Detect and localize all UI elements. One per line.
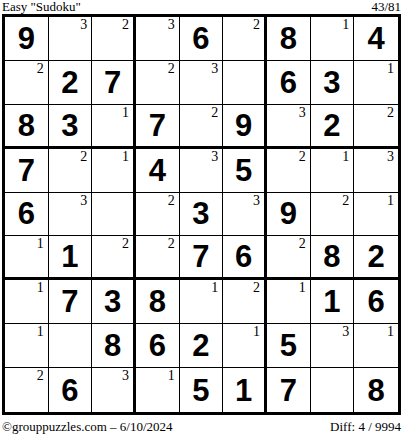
cell-r6c7[interactable]: 2 [267,236,311,280]
pencil-mark: 2 [37,62,44,76]
cell-value: 2 [61,67,78,98]
cell-r8c9[interactable]: 1 [354,324,398,368]
progress-counter: 43/81 [371,0,401,13]
cell-r5c2[interactable]: 3 [49,193,93,237]
cell-value: 7 [280,375,297,406]
pencil-mark: 2 [342,194,349,208]
pencil-mark: 2 [299,150,306,164]
cell-r6c9[interactable]: 2 [354,236,398,280]
cell-r5c1[interactable]: 6 [5,193,49,237]
cell-value: 2 [323,110,340,141]
cell-r5c3[interactable] [92,193,136,237]
cell-r7c4[interactable]: 8 [136,280,180,324]
cell-r1c9[interactable]: 4 [354,17,398,61]
cell-r9c8[interactable] [311,368,355,412]
cell-value: 7 [149,110,166,141]
pencil-mark: 3 [211,62,218,76]
cell-value: 9 [18,23,35,54]
cell-r1c6[interactable]: 2 [223,17,267,61]
cell-r8c3[interactable]: 8 [92,324,136,368]
pencil-mark: 3 [168,18,175,32]
cell-value: 8 [18,110,35,141]
page-title: Easy "Sudoku" [2,0,81,13]
footer: ©grouppuzzles.com – 6/10/2024 Diff: 4 / … [0,415,403,437]
pencil-mark: 1 [37,325,44,339]
cell-r9c4[interactable]: 1 [136,368,180,412]
cell-r9c1[interactable]: 2 [5,368,49,412]
pencil-mark: 3 [211,150,218,164]
cell-r5c5[interactable]: 3 [180,193,224,237]
cell-value: 3 [61,110,78,141]
pencil-mark: 3 [387,150,394,164]
cell-r7c6[interactable]: 2 [223,280,267,324]
cell-r1c2[interactable]: 3 [49,17,93,61]
cell-r6c4[interactable]: 2 [136,236,180,280]
pencil-mark: 2 [253,281,260,295]
cell-r7c1[interactable]: 1 [5,280,49,324]
cell-r8c2[interactable] [49,324,93,368]
cell-value: 2 [192,330,209,361]
pencil-mark: 2 [299,237,306,251]
cell-r4c1[interactable]: 7 [5,149,49,193]
pencil-mark: 1 [387,194,394,208]
cell-r7c9[interactable]: 6 [354,280,398,324]
cell-value: 7 [104,67,121,98]
cell-value: 6 [368,286,385,317]
cell-r2c7[interactable]: 6 [267,61,311,105]
cell-r3c9[interactable]: 2 [354,105,398,149]
pencil-mark: 3 [122,369,129,383]
cell-r3c1[interactable]: 8 [5,105,49,149]
cell-r7c3[interactable]: 3 [92,280,136,324]
pencil-mark: 1 [253,325,260,339]
pencil-mark: 1 [342,150,349,164]
pencil-mark: 2 [211,106,218,120]
cell-r3c5[interactable]: 2 [180,105,224,149]
cell-r1c7[interactable]: 8 [267,17,311,61]
cell-r6c1[interactable]: 1 [5,236,49,280]
pencil-mark: 3 [253,194,260,208]
cell-value: 4 [368,23,385,54]
pencil-mark: 1 [342,18,349,32]
pencil-mark: 3 [342,325,349,339]
pencil-mark: 1 [122,106,129,120]
cell-value: 6 [280,67,297,98]
cell-r5c4[interactable]: 2 [136,193,180,237]
cell-r1c1[interactable]: 9 [5,17,49,61]
cell-r8c1[interactable]: 1 [5,324,49,368]
pencil-mark: 1 [122,150,129,164]
cell-r7c2[interactable]: 7 [49,280,93,324]
cell-value: 1 [61,241,78,272]
cell-r4c8[interactable]: 1 [311,149,355,193]
cell-r7c5[interactable]: 1 [180,280,224,324]
cell-value: 8 [323,241,340,272]
cell-r6c5[interactable]: 7 [180,236,224,280]
pencil-mark: 2 [168,194,175,208]
pencil-mark: 2 [168,62,175,76]
pencil-mark: 1 [387,325,394,339]
header: Easy "Sudoku" 43/81 [0,0,403,14]
cell-r1c5[interactable]: 6 [180,17,224,61]
cell-r5c9[interactable]: 1 [354,193,398,237]
cell-value: 1 [235,375,252,406]
pencil-mark: 2 [168,237,175,251]
cell-r8c8[interactable]: 3 [311,324,355,368]
cell-value: 7 [192,241,209,272]
cell-r8c5[interactable]: 2 [180,324,224,368]
cell-r3c8[interactable]: 2 [311,105,355,149]
cell-r9c3[interactable]: 3 [92,368,136,412]
cell-r3c3[interactable]: 1 [92,105,136,149]
cell-value: 3 [323,67,340,98]
cell-r9c9[interactable]: 8 [354,368,398,412]
cell-value: 4 [149,155,166,186]
pencil-mark: 3 [299,106,306,120]
cell-r3c2[interactable]: 3 [49,105,93,149]
cell-value: 5 [235,155,252,186]
cell-r7c7[interactable]: 1 [267,280,311,324]
cell-r2c3[interactable]: 7 [92,61,136,105]
cell-r4c7[interactable]: 2 [267,149,311,193]
difficulty-text: Diff: 4 / 9994 [330,420,401,433]
cell-r6c6[interactable]: 6 [223,236,267,280]
cell-value: 7 [61,286,78,317]
cell-r8c7[interactable]: 5 [267,324,311,368]
pencil-mark: 1 [168,369,175,383]
cell-r7c8[interactable]: 1 [311,280,355,324]
cell-value: 7 [18,155,35,186]
cell-r1c4[interactable]: 3 [136,17,180,61]
cell-r6c3[interactable]: 2 [92,236,136,280]
cell-r2c6[interactable] [223,61,267,105]
cell-r2c8[interactable]: 3 [311,61,355,105]
cell-value: 6 [61,375,78,406]
cell-value: 5 [192,375,209,406]
cell-r1c8[interactable]: 1 [311,17,355,61]
cell-r4c2[interactable]: 2 [49,149,93,193]
cell-r4c9[interactable]: 3 [354,149,398,193]
pencil-mark: 2 [387,106,394,120]
pencil-mark: 2 [122,237,129,251]
cell-value: 8 [368,375,385,406]
cell-r8c4[interactable]: 6 [136,324,180,368]
cell-r4c4[interactable]: 4 [136,149,180,193]
cell-value: 1 [323,286,340,317]
cell-r2c9[interactable]: 1 [354,61,398,105]
cell-r9c7[interactable]: 7 [267,368,311,412]
cell-r4c3[interactable]: 1 [92,149,136,193]
cell-r5c7[interactable]: 9 [267,193,311,237]
cell-value: 6 [235,241,252,272]
pencil-mark: 1 [211,281,218,295]
cell-value: 2 [368,241,385,272]
cell-value: 9 [280,198,297,229]
pencil-mark: 1 [299,281,306,295]
cell-value: 6 [18,198,35,229]
cell-r9c2[interactable]: 6 [49,368,93,412]
pencil-mark: 2 [80,150,87,164]
pencil-mark: 2 [253,18,260,32]
pencil-mark: 3 [80,18,87,32]
pencil-mark: 1 [37,237,44,251]
cell-r8c6[interactable]: 1 [223,324,267,368]
pencil-mark: 2 [37,369,44,383]
cell-value: 6 [149,330,166,361]
cell-value: 6 [192,23,209,54]
cell-value: 8 [149,286,166,317]
cell-r2c1[interactable]: 2 [5,61,49,105]
cell-value: 3 [104,286,121,317]
cell-value: 3 [192,198,209,229]
cell-r1c3[interactable]: 2 [92,17,136,61]
cell-r2c5[interactable]: 3 [180,61,224,105]
cell-value: 5 [280,330,297,361]
cell-r4c5[interactable]: 3 [180,149,224,193]
cell-value: 8 [104,330,121,361]
cell-r6c2[interactable]: 1 [49,236,93,280]
cell-r3c4[interactable]: 7 [136,105,180,149]
pencil-mark: 2 [122,18,129,32]
cell-r3c7[interactable]: 3 [267,105,311,149]
cell-r6c8[interactable]: 8 [311,236,355,280]
cell-r9c5[interactable]: 5 [180,368,224,412]
cell-value: 8 [280,23,297,54]
cell-r5c8[interactable]: 2 [311,193,355,237]
cell-r9c6[interactable]: 1 [223,368,267,412]
cell-value: 9 [235,110,252,141]
sudoku-page: Easy "Sudoku" 43/81 93236281422723631831… [0,0,403,437]
cell-r2c4[interactable]: 2 [136,61,180,105]
cell-r3c6[interactable]: 9 [223,105,267,149]
pencil-mark: 3 [80,194,87,208]
copyright-text: ©grouppuzzles.com – 6/10/2024 [2,420,173,433]
sudoku-board: 9323628142272363183172932272143521363233… [2,14,401,415]
cell-r5c6[interactable]: 3 [223,193,267,237]
cell-r2c2[interactable]: 2 [49,61,93,105]
pencil-mark: 1 [37,281,44,295]
pencil-mark: 1 [387,62,394,76]
cell-r4c6[interactable]: 5 [223,149,267,193]
